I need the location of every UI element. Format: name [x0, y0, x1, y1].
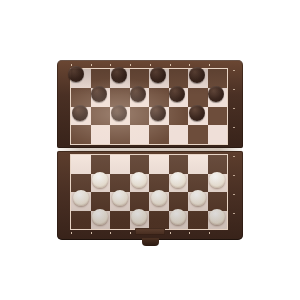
square-r7c6[interactable] — [169, 192, 189, 211]
square-r6c7[interactable] — [188, 174, 208, 193]
square-r6c1[interactable] — [71, 174, 91, 193]
square-r2c5[interactable] — [149, 88, 169, 107]
board-top-half — [57, 60, 243, 148]
square-r2c2[interactable] — [91, 88, 111, 107]
square-r3c6[interactable] — [169, 107, 189, 126]
square-r2c1[interactable] — [71, 88, 91, 107]
square-r7c7[interactable] — [188, 192, 208, 211]
square-r1c2[interactable] — [91, 69, 111, 88]
white-piece[interactable] — [92, 172, 108, 188]
square-r3c1[interactable] — [71, 107, 91, 126]
white-piece[interactable] — [170, 172, 186, 188]
dark-piece[interactable] — [111, 67, 127, 83]
square-r2c6[interactable] — [169, 88, 189, 107]
dark-piece[interactable] — [130, 86, 146, 102]
board-top-field — [70, 68, 228, 145]
square-r8c7[interactable] — [188, 211, 208, 230]
square-r3c8[interactable] — [208, 107, 228, 126]
square-r5c1[interactable] — [71, 155, 91, 174]
square-r8c4[interactable] — [130, 211, 150, 230]
square-r6c5[interactable] — [149, 174, 169, 193]
white-piece[interactable] — [131, 172, 147, 188]
dark-piece[interactable] — [208, 86, 224, 102]
square-r2c4[interactable] — [130, 88, 150, 107]
dark-piece[interactable] — [91, 86, 107, 102]
dark-piece[interactable] — [150, 67, 166, 83]
square-r5c5[interactable] — [149, 155, 169, 174]
square-r4c6[interactable] — [169, 125, 189, 144]
board-bottom-half — [57, 151, 243, 240]
square-r7c4[interactable] — [130, 192, 150, 211]
square-r5c8[interactable] — [208, 155, 228, 174]
square-r1c5[interactable] — [149, 69, 169, 88]
square-r7c1[interactable] — [71, 192, 91, 211]
square-r1c1[interactable] — [71, 69, 91, 88]
white-piece[interactable] — [131, 209, 147, 225]
dark-piece[interactable] — [150, 105, 166, 121]
square-r6c4[interactable] — [130, 174, 150, 193]
coordinate-ticks-top-icon — [71, 64, 229, 66]
square-r5c4[interactable] — [130, 155, 150, 174]
square-r3c3[interactable] — [110, 107, 130, 126]
square-r1c7[interactable] — [188, 69, 208, 88]
square-r6c3[interactable] — [110, 174, 130, 193]
square-r7c5[interactable] — [149, 192, 169, 211]
square-r8c2[interactable] — [91, 211, 111, 230]
square-r3c2[interactable] — [91, 107, 111, 126]
white-piece[interactable] — [73, 190, 89, 206]
square-r4c8[interactable] — [208, 125, 228, 144]
square-r6c8[interactable] — [208, 174, 228, 193]
white-piece[interactable] — [209, 172, 225, 188]
square-r2c8[interactable] — [208, 88, 228, 107]
square-r4c2[interactable] — [91, 125, 111, 144]
coordinate-ticks-bottom-right-icon — [233, 156, 235, 230]
square-r8c6[interactable] — [169, 211, 189, 230]
square-r4c3[interactable] — [110, 125, 130, 144]
square-r8c1[interactable] — [71, 211, 91, 230]
white-piece[interactable] — [151, 190, 167, 206]
clasp-tab — [142, 238, 159, 246]
square-r5c6[interactable] — [169, 155, 189, 174]
board-bottom-field — [70, 154, 228, 230]
square-r8c5[interactable] — [149, 211, 169, 230]
white-piece[interactable] — [92, 209, 108, 225]
square-r5c7[interactable] — [188, 155, 208, 174]
square-r1c6[interactable] — [169, 69, 189, 88]
square-r7c2[interactable] — [91, 192, 111, 211]
square-r3c4[interactable] — [130, 107, 150, 126]
dark-piece[interactable] — [72, 105, 88, 121]
square-r2c7[interactable] — [188, 88, 208, 107]
square-r3c5[interactable] — [149, 107, 169, 126]
square-r6c6[interactable] — [169, 174, 189, 193]
square-r7c8[interactable] — [208, 192, 228, 211]
white-piece[interactable] — [209, 209, 225, 225]
square-r5c2[interactable] — [91, 155, 111, 174]
square-r3c7[interactable] — [188, 107, 208, 126]
square-r5c3[interactable] — [110, 155, 130, 174]
square-r8c8[interactable] — [208, 211, 228, 230]
square-r4c7[interactable] — [188, 125, 208, 144]
square-r6c2[interactable] — [91, 174, 111, 193]
dark-piece[interactable] — [111, 105, 127, 121]
white-piece[interactable] — [190, 190, 206, 206]
coordinate-ticks-top-right-icon — [233, 70, 235, 144]
dark-piece[interactable] — [169, 86, 185, 102]
square-r1c3[interactable] — [110, 69, 130, 88]
square-r1c8[interactable] — [208, 69, 228, 88]
square-r4c4[interactable] — [130, 125, 150, 144]
white-piece[interactable] — [170, 209, 186, 225]
square-r2c3[interactable] — [110, 88, 130, 107]
square-r4c5[interactable] — [149, 125, 169, 144]
square-r7c3[interactable] — [110, 192, 130, 211]
dark-piece[interactable] — [189, 67, 205, 83]
dark-piece[interactable] — [189, 105, 205, 121]
square-r1c4[interactable] — [130, 69, 150, 88]
checkers-set-photo — [0, 0, 300, 300]
square-r8c3[interactable] — [110, 211, 130, 230]
square-r4c1[interactable] — [71, 125, 91, 144]
dark-piece[interactable] — [68, 66, 84, 82]
clasp-plate — [135, 228, 165, 235]
white-piece[interactable] — [112, 190, 128, 206]
